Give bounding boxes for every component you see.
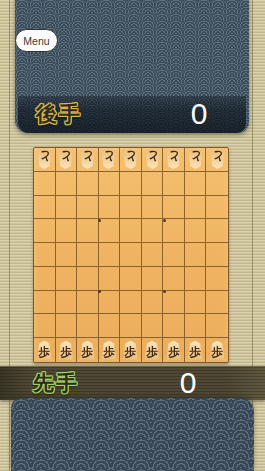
piece-kanji: 歩 <box>60 342 71 358</box>
board-cell-1-1[interactable]: と <box>206 148 228 172</box>
board-cell-8-1[interactable]: と <box>56 148 78 172</box>
board-cell-9-9[interactable]: 歩 <box>34 338 56 362</box>
piece-kanji: と <box>38 151 50 167</box>
star-point <box>98 219 101 222</box>
piece-kanji: と <box>82 151 94 167</box>
board-cell-1-8[interactable] <box>206 314 228 338</box>
sente-piece[interactable]: 歩 <box>37 341 52 360</box>
board-cell-5-7[interactable] <box>120 291 142 315</box>
board-cell-7-2[interactable] <box>77 172 99 196</box>
shogi-board: ととととととととと歩歩歩歩歩歩歩歩歩 <box>33 147 229 363</box>
board-cell-9-7[interactable] <box>34 291 56 315</box>
gote-piece[interactable]: と <box>166 150 181 169</box>
board-cell-5-8[interactable] <box>120 314 142 338</box>
board-cell-5-6[interactable] <box>120 267 142 291</box>
piece-kanji: 歩 <box>125 342 136 358</box>
board-cell-8-4[interactable] <box>56 219 78 243</box>
shogi-board-grid: ととととととととと歩歩歩歩歩歩歩歩歩 <box>34 148 228 362</box>
piece-kanji: 歩 <box>82 342 93 358</box>
board-cell-9-8[interactable] <box>34 314 56 338</box>
gote-score-bar: 後手 0 <box>18 96 246 133</box>
piece-kanji: と <box>168 151 180 167</box>
board-cell-3-9[interactable]: 歩 <box>163 338 185 362</box>
board-cell-2-2[interactable] <box>185 172 207 196</box>
board-cell-7-3[interactable] <box>77 196 99 220</box>
piece-kanji: と <box>211 151 223 167</box>
board-cell-3-8[interactable] <box>163 314 185 338</box>
piece-kanji: 歩 <box>39 342 50 358</box>
gote-label: 後手 <box>36 104 82 125</box>
board-cell-4-6[interactable] <box>142 267 164 291</box>
piece-kanji: と <box>125 151 137 167</box>
board-cell-8-5[interactable] <box>56 243 78 267</box>
board-cell-9-4[interactable] <box>34 219 56 243</box>
sente-piece[interactable]: 歩 <box>123 341 138 360</box>
star-point <box>163 219 166 222</box>
board-cell-4-1[interactable]: と <box>142 148 164 172</box>
board-cell-6-1[interactable]: と <box>99 148 121 172</box>
gote-piece[interactable]: と <box>188 150 203 169</box>
board-cell-1-3[interactable] <box>206 196 228 220</box>
sente-piece[interactable]: 歩 <box>80 341 95 360</box>
piece-kanji: 歩 <box>189 342 200 358</box>
board-cell-5-2[interactable] <box>120 172 142 196</box>
board-cell-9-1[interactable]: と <box>34 148 56 172</box>
board-cell-2-7[interactable] <box>185 291 207 315</box>
piece-kanji: と <box>146 151 158 167</box>
board-cell-1-6[interactable] <box>206 267 228 291</box>
board-cell-2-3[interactable] <box>185 196 207 220</box>
board-cell-7-4[interactable] <box>77 219 99 243</box>
sente-label: 先手 <box>33 373 79 394</box>
sente-piece[interactable]: 歩 <box>58 341 73 360</box>
board-cell-4-8[interactable] <box>142 314 164 338</box>
sente-piece[interactable]: 歩 <box>166 341 181 360</box>
piece-kanji: 歩 <box>168 342 179 358</box>
board-cell-5-9[interactable]: 歩 <box>120 338 142 362</box>
board-cell-5-1[interactable]: と <box>120 148 142 172</box>
board-cell-7-9[interactable]: 歩 <box>77 338 99 362</box>
gote-piece[interactable]: と <box>58 150 73 169</box>
board-cell-1-2[interactable] <box>206 172 228 196</box>
board-cell-4-3[interactable] <box>142 196 164 220</box>
piece-kanji: と <box>103 151 115 167</box>
board-cell-6-4[interactable] <box>99 219 121 243</box>
sente-piece[interactable]: 歩 <box>145 341 160 360</box>
board-cell-3-6[interactable] <box>163 267 185 291</box>
gote-piece[interactable]: と <box>37 150 52 169</box>
board-cell-8-8[interactable] <box>56 314 78 338</box>
gote-captured-count: 0 <box>179 99 219 129</box>
board-cell-8-9[interactable]: 歩 <box>56 338 78 362</box>
board-cell-7-6[interactable] <box>77 267 99 291</box>
board-cell-2-8[interactable] <box>185 314 207 338</box>
menu-button-label: Menu <box>23 35 49 47</box>
board-cell-3-4[interactable] <box>163 219 185 243</box>
board-cell-1-9[interactable]: 歩 <box>206 338 228 362</box>
board-cell-7-7[interactable] <box>77 291 99 315</box>
board-cell-4-5[interactable] <box>142 243 164 267</box>
board-cell-2-9[interactable]: 歩 <box>185 338 207 362</box>
board-cell-9-3[interactable] <box>34 196 56 220</box>
board-cell-3-5[interactable] <box>163 243 185 267</box>
board-cell-2-1[interactable]: と <box>185 148 207 172</box>
gote-piece[interactable]: と <box>210 150 225 169</box>
board-cell-8-2[interactable] <box>56 172 78 196</box>
top-cloth: 後手 0 <box>15 0 249 133</box>
board-cell-3-3[interactable] <box>163 196 185 220</box>
piece-kanji: と <box>189 151 201 167</box>
board-cell-7-1[interactable]: と <box>77 148 99 172</box>
board-cell-3-7[interactable] <box>163 291 185 315</box>
sente-piece[interactable]: 歩 <box>188 341 203 360</box>
board-cell-4-7[interactable] <box>142 291 164 315</box>
sente-piece[interactable]: 歩 <box>210 341 225 360</box>
board-cell-4-2[interactable] <box>142 172 164 196</box>
bottom-cloth <box>11 398 254 471</box>
board-cell-6-7[interactable] <box>99 291 121 315</box>
board-cell-9-6[interactable] <box>34 267 56 291</box>
board-cell-7-8[interactable] <box>77 314 99 338</box>
menu-button[interactable]: Menu <box>15 29 58 52</box>
sente-captured-count: 0 <box>168 368 208 398</box>
board-cell-6-6[interactable] <box>99 267 121 291</box>
board-cell-5-5[interactable] <box>120 243 142 267</box>
star-point <box>163 290 166 293</box>
board-cell-4-9[interactable]: 歩 <box>142 338 164 362</box>
board-cell-5-3[interactable] <box>120 196 142 220</box>
sente-score-bar: 先手 0 <box>0 366 265 400</box>
board-cell-6-3[interactable] <box>99 196 121 220</box>
piece-kanji: 歩 <box>146 342 157 358</box>
board-cell-8-6[interactable] <box>56 267 78 291</box>
board-cell-5-4[interactable] <box>120 219 142 243</box>
board-cell-6-9[interactable]: 歩 <box>99 338 121 362</box>
board-cell-3-2[interactable] <box>163 172 185 196</box>
gote-piece[interactable]: と <box>123 150 138 169</box>
board-cell-9-2[interactable] <box>34 172 56 196</box>
board-cell-2-6[interactable] <box>185 267 207 291</box>
gote-piece[interactable]: と <box>80 150 95 169</box>
board-cell-1-4[interactable] <box>206 219 228 243</box>
piece-kanji: 歩 <box>212 342 223 358</box>
board-cell-2-5[interactable] <box>185 243 207 267</box>
board-cell-6-2[interactable] <box>99 172 121 196</box>
board-cell-6-5[interactable] <box>99 243 121 267</box>
board-cell-9-5[interactable] <box>34 243 56 267</box>
board-cell-3-1[interactable]: と <box>163 148 185 172</box>
piece-kanji: 歩 <box>103 342 114 358</box>
board-cell-1-7[interactable] <box>206 291 228 315</box>
board-cell-8-7[interactable] <box>56 291 78 315</box>
gote-piece[interactable]: と <box>101 150 116 169</box>
board-cell-4-4[interactable] <box>142 219 164 243</box>
sente-piece[interactable]: 歩 <box>101 341 116 360</box>
app-screen: 後手 0 Menu ととととととととと歩歩歩歩歩歩歩歩歩 先手 0 <box>0 0 265 471</box>
board-cell-6-8[interactable] <box>99 314 121 338</box>
board-cell-8-3[interactable] <box>56 196 78 220</box>
board-cell-1-5[interactable] <box>206 243 228 267</box>
gote-piece[interactable]: と <box>145 150 160 169</box>
board-cell-7-5[interactable] <box>77 243 99 267</box>
piece-kanji: と <box>60 151 72 167</box>
board-cell-2-4[interactable] <box>185 219 207 243</box>
